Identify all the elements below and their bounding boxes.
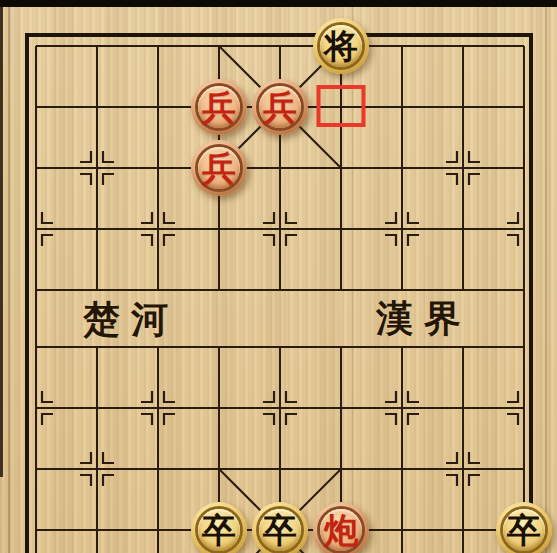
piece-character: 炮	[324, 513, 358, 547]
river-label-left: 楚河	[83, 295, 179, 345]
piece-black-soldier-1[interactable]: 卒	[191, 502, 247, 553]
piece-face: 兵	[259, 86, 301, 128]
piece-red-soldier-2[interactable]: 兵	[252, 79, 308, 135]
move-target-highlight[interactable]	[317, 85, 366, 127]
piece-character: 卒	[202, 513, 236, 547]
river-label-right: 漢界	[376, 294, 472, 344]
piece-character: 将	[324, 29, 358, 63]
piece-red-soldier-1[interactable]: 兵	[191, 79, 247, 135]
xiangqi-app-screen: { "game": "xiangqi", "title": "Chinese c…	[0, 0, 557, 553]
piece-face: 卒	[503, 509, 545, 551]
piece-red-cannon[interactable]: 炮	[313, 502, 369, 553]
piece-face: 兵	[198, 86, 240, 128]
piece-face: 卒	[198, 509, 240, 551]
piece-character: 卒	[507, 513, 541, 547]
piece-black-soldier-3[interactable]: 卒	[496, 502, 552, 553]
piece-character: 卒	[263, 513, 297, 547]
piece-black-soldier-2[interactable]: 卒	[252, 502, 308, 553]
piece-red-soldier-3[interactable]: 兵	[191, 140, 247, 196]
piece-character: 兵	[202, 90, 236, 124]
piece-character: 兵	[202, 151, 236, 185]
piece-face: 兵	[198, 147, 240, 189]
piece-black-general[interactable]: 将	[313, 18, 369, 74]
piece-face: 炮	[320, 509, 362, 551]
piece-face: 将	[320, 25, 362, 67]
piece-character: 兵	[263, 90, 297, 124]
piece-face: 卒	[259, 509, 301, 551]
